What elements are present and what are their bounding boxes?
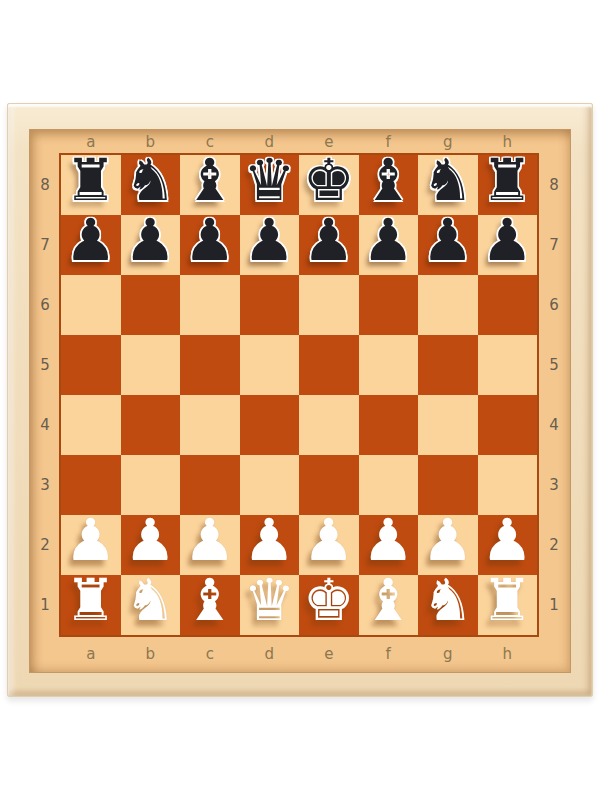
square-b4[interactable] [121,395,181,455]
file-label-b: b [121,635,181,673]
rank-labels-left: 87654321 [29,155,61,635]
file-label-g: g [418,635,478,673]
black-pawn-a7[interactable]: ♟ [61,209,121,271]
square-b6[interactable] [121,275,181,335]
white-rook-a1[interactable]: ♜ [61,569,121,631]
white-knight-g1[interactable]: ♞ [418,569,478,631]
square-f1[interactable]: ♝ [359,575,419,635]
black-knight-b8[interactable]: ♞ [121,149,181,211]
white-king-e1[interactable]: ♚ [299,569,359,631]
white-pawn-a2[interactable]: ♟ [61,509,121,571]
square-h5[interactable] [478,335,538,395]
square-h4[interactable] [478,395,538,455]
rank-label-4: 4 [537,395,571,455]
file-label-a: a [61,635,121,673]
black-rook-h8[interactable]: ♜ [478,149,538,211]
square-c4[interactable] [180,395,240,455]
file-labels-bottom: abcdefgh [61,635,537,673]
black-pawn-c7[interactable]: ♟ [180,209,240,271]
square-a5[interactable] [61,335,121,395]
rank-label-2: 2 [537,515,571,575]
square-b5[interactable] [121,335,181,395]
rank-label-5: 5 [29,335,61,395]
black-pawn-e7[interactable]: ♟ [299,209,359,271]
black-bishop-c8[interactable]: ♝ [180,149,240,211]
square-d1[interactable]: ♛ [240,575,300,635]
square-e6[interactable] [299,275,359,335]
white-pawn-h2[interactable]: ♟ [478,509,538,571]
square-g5[interactable] [418,335,478,395]
rank-label-1: 1 [29,575,61,635]
file-label-d: d [240,635,300,673]
board-surface: abcdefgh 87654321 ♜♞♝♛♚♝♞♜♟♟♟♟♟♟♟♟♟♟♟♟♟♟… [29,129,571,673]
square-g1[interactable]: ♞ [418,575,478,635]
file-label-h: h [478,635,538,673]
square-e7[interactable]: ♟ [299,215,359,275]
black-pawn-d7[interactable]: ♟ [240,209,300,271]
rank-label-3: 3 [537,455,571,515]
rank-label-6: 6 [537,275,571,335]
white-pawn-g2[interactable]: ♟ [418,509,478,571]
white-queen-d1[interactable]: ♛ [240,569,300,631]
square-a1[interactable]: ♜ [61,575,121,635]
square-h1[interactable]: ♜ [478,575,538,635]
black-king-e8[interactable]: ♚ [299,149,359,211]
square-c5[interactable] [180,335,240,395]
rank-label-8: 8 [537,155,571,215]
white-pawn-b2[interactable]: ♟ [121,509,181,571]
white-knight-b1[interactable]: ♞ [121,569,181,631]
square-g7[interactable]: ♟ [418,215,478,275]
square-d5[interactable] [240,335,300,395]
file-label-c: c [180,635,240,673]
square-b1[interactable]: ♞ [121,575,181,635]
square-e1[interactable]: ♚ [299,575,359,635]
black-knight-g8[interactable]: ♞ [418,149,478,211]
wooden-frame: abcdefgh 87654321 ♜♞♝♛♚♝♞♜♟♟♟♟♟♟♟♟♟♟♟♟♟♟… [7,103,593,697]
square-f4[interactable] [359,395,419,455]
rank-label-2: 2 [29,515,61,575]
square-d4[interactable] [240,395,300,455]
square-c6[interactable] [180,275,240,335]
square-d6[interactable] [240,275,300,335]
rank-label-7: 7 [537,215,571,275]
square-g4[interactable] [418,395,478,455]
square-c7[interactable]: ♟ [180,215,240,275]
square-b7[interactable]: ♟ [121,215,181,275]
file-label-f: f [359,635,419,673]
black-pawn-h7[interactable]: ♟ [478,209,538,271]
square-f7[interactable]: ♟ [359,215,419,275]
file-label-e: e [299,635,359,673]
square-d7[interactable]: ♟ [240,215,300,275]
rank-label-1: 1 [537,575,571,635]
rank-label-3: 3 [29,455,61,515]
square-c1[interactable]: ♝ [180,575,240,635]
white-pawn-f2[interactable]: ♟ [359,509,419,571]
white-pawn-e2[interactable]: ♟ [299,509,359,571]
white-pawn-d2[interactable]: ♟ [240,509,300,571]
black-queen-d8[interactable]: ♛ [240,149,300,211]
rank-label-4: 4 [29,395,61,455]
board-grid: ♜♞♝♛♚♝♞♜♟♟♟♟♟♟♟♟♟♟♟♟♟♟♟♟♜♞♝♛♚♝♞♜ [61,155,537,635]
square-a6[interactable] [61,275,121,335]
square-e4[interactable] [299,395,359,455]
black-bishop-f8[interactable]: ♝ [359,149,419,211]
black-pawn-b7[interactable]: ♟ [121,209,181,271]
square-f6[interactable] [359,275,419,335]
white-pawn-c2[interactable]: ♟ [180,509,240,571]
square-g6[interactable] [418,275,478,335]
rank-label-8: 8 [29,155,61,215]
white-bishop-f1[interactable]: ♝ [359,569,419,631]
black-pawn-g7[interactable]: ♟ [418,209,478,271]
square-h7[interactable]: ♟ [478,215,538,275]
square-a7[interactable]: ♟ [61,215,121,275]
rank-label-5: 5 [537,335,571,395]
white-rook-h1[interactable]: ♜ [478,569,538,631]
white-bishop-c1[interactable]: ♝ [180,569,240,631]
rank-label-7: 7 [29,215,61,275]
black-rook-a8[interactable]: ♜ [61,149,121,211]
square-f5[interactable] [359,335,419,395]
square-e5[interactable] [299,335,359,395]
rank-label-6: 6 [29,275,61,335]
rank-labels-right: 87654321 [537,155,571,635]
square-a4[interactable] [61,395,121,455]
black-pawn-f7[interactable]: ♟ [359,209,419,271]
square-h6[interactable] [478,275,538,335]
